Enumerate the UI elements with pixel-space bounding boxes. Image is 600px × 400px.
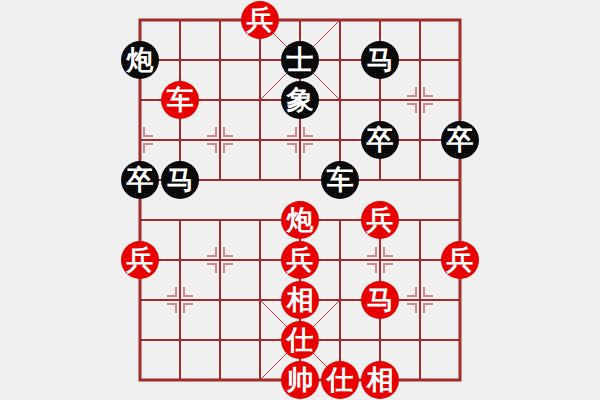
xiangqi-app: 兵炮士马车象卒卒卒马车炮兵兵兵兵相马仕帅仕相 [0,0,600,400]
piece-red-soldier[interactable]: 兵 [281,241,319,279]
piece-red-advisor[interactable]: 仕 [321,361,359,399]
piece-black-advisor[interactable]: 士 [281,41,319,79]
piece-red-elephant[interactable]: 相 [281,281,319,319]
piece-red-elephant[interactable]: 相 [361,361,399,399]
piece-red-chariot[interactable]: 车 [161,81,199,119]
piece-black-soldier[interactable]: 卒 [361,121,399,159]
piece-black-cannon[interactable]: 炮 [121,41,159,79]
piece-black-horse[interactable]: 马 [361,41,399,79]
piece-red-soldier[interactable]: 兵 [441,241,479,279]
piece-black-soldier[interactable]: 卒 [441,121,479,159]
piece-black-horse[interactable]: 马 [161,161,199,199]
piece-black-chariot[interactable]: 车 [321,161,359,199]
piece-red-horse[interactable]: 马 [361,281,399,319]
piece-black-soldier[interactable]: 卒 [121,161,159,199]
piece-red-advisor[interactable]: 仕 [281,321,319,359]
piece-red-cannon[interactable]: 炮 [281,201,319,239]
piece-red-soldier[interactable]: 兵 [361,201,399,239]
piece-black-elephant[interactable]: 象 [281,81,319,119]
piece-red-king[interactable]: 帅 [281,361,319,399]
piece-red-soldier[interactable]: 兵 [121,241,159,279]
piece-red-soldier[interactable]: 兵 [241,1,279,39]
